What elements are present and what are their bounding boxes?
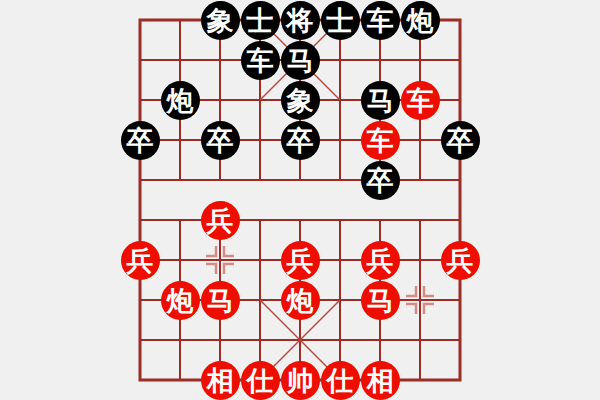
intersection-6-7[interactable]: 马 xyxy=(360,280,400,320)
intersection-3-2[interactable] xyxy=(240,80,280,120)
intersection-0-9[interactable] xyxy=(120,360,160,400)
intersection-4-5[interactable] xyxy=(280,200,320,240)
intersection-1-8[interactable] xyxy=(160,320,200,360)
piece-red[interactable]: 帅 xyxy=(281,361,320,400)
intersection-3-7[interactable] xyxy=(240,280,280,320)
intersection-5-2[interactable] xyxy=(320,80,360,120)
intersection-5-8[interactable] xyxy=(320,320,360,360)
intersection-2-0[interactable]: 象 xyxy=(200,0,240,40)
intersection-0-6[interactable]: 兵 xyxy=(120,240,160,280)
intersection-3-8[interactable] xyxy=(240,320,280,360)
intersection-5-1[interactable] xyxy=(320,40,360,80)
piece-red[interactable]: 兵 xyxy=(441,241,480,280)
piece-black[interactable]: 将 xyxy=(281,1,320,40)
piece-red[interactable]: 仕 xyxy=(241,361,280,400)
intersection-5-3[interactable] xyxy=(320,120,360,160)
piece-black[interactable]: 卒 xyxy=(201,121,240,160)
intersection-4-8[interactable] xyxy=(280,320,320,360)
intersection-1-2[interactable]: 炮 xyxy=(160,80,200,120)
intersection-3-6[interactable] xyxy=(240,240,280,280)
piece-red[interactable]: 兵 xyxy=(361,241,400,280)
intersection-1-1[interactable] xyxy=(160,40,200,80)
intersection-4-3[interactable]: 卒 xyxy=(280,120,320,160)
intersection-7-1[interactable] xyxy=(400,40,440,80)
piece-red[interactable]: 兵 xyxy=(121,241,160,280)
piece-red[interactable]: 相 xyxy=(201,361,240,400)
intersection-8-5[interactable] xyxy=(440,200,480,240)
intersection-2-5[interactable]: 兵 xyxy=(200,200,240,240)
intersection-2-2[interactable] xyxy=(200,80,240,120)
intersection-7-2[interactable]: 车 xyxy=(400,80,440,120)
piece-black[interactable]: 炮 xyxy=(401,1,440,40)
piece-black[interactable]: 卒 xyxy=(121,121,160,160)
intersection-0-0[interactable] xyxy=(120,0,160,40)
piece-black[interactable]: 卒 xyxy=(281,121,320,160)
intersection-8-8[interactable] xyxy=(440,320,480,360)
intersection-6-5[interactable] xyxy=(360,200,400,240)
intersection-1-7[interactable]: 炮 xyxy=(160,280,200,320)
intersection-7-5[interactable] xyxy=(400,200,440,240)
intersection-7-0[interactable]: 炮 xyxy=(400,0,440,40)
intersection-0-2[interactable] xyxy=(120,80,160,120)
intersection-8-3[interactable]: 卒 xyxy=(440,120,480,160)
piece-black[interactable]: 象 xyxy=(281,81,320,120)
piece-black[interactable]: 卒 xyxy=(441,121,480,160)
piece-black[interactable]: 士 xyxy=(241,1,280,40)
intersection-7-4[interactable] xyxy=(400,160,440,200)
intersection-2-6[interactable] xyxy=(200,240,240,280)
intersection-7-8[interactable] xyxy=(400,320,440,360)
intersection-2-4[interactable] xyxy=(200,160,240,200)
intersection-0-4[interactable] xyxy=(120,160,160,200)
intersection-6-3[interactable]: 车 xyxy=(360,120,400,160)
intersection-2-1[interactable] xyxy=(200,40,240,80)
piece-red[interactable]: 兵 xyxy=(201,201,240,240)
intersection-6-2[interactable]: 马 xyxy=(360,80,400,120)
intersection-0-5[interactable] xyxy=(120,200,160,240)
intersection-8-0[interactable] xyxy=(440,0,480,40)
intersection-2-7[interactable]: 马 xyxy=(200,280,240,320)
intersection-0-1[interactable] xyxy=(120,40,160,80)
intersection-8-7[interactable] xyxy=(440,280,480,320)
intersection-1-0[interactable] xyxy=(160,0,200,40)
piece-red[interactable]: 马 xyxy=(361,281,400,320)
piece-red[interactable]: 炮 xyxy=(161,281,200,320)
intersection-6-0[interactable]: 车 xyxy=(360,0,400,40)
intersection-8-1[interactable] xyxy=(440,40,480,80)
intersection-5-9[interactable]: 仕 xyxy=(320,360,360,400)
piece-red[interactable]: 车 xyxy=(361,121,400,160)
intersection-1-9[interactable] xyxy=(160,360,200,400)
piece-black[interactable]: 马 xyxy=(281,41,320,80)
intersection-5-4[interactable] xyxy=(320,160,360,200)
intersection-5-5[interactable] xyxy=(320,200,360,240)
piece-red[interactable]: 炮 xyxy=(281,281,320,320)
intersection-4-1[interactable]: 马 xyxy=(280,40,320,80)
intersection-4-2[interactable]: 象 xyxy=(280,80,320,120)
piece-red[interactable]: 车 xyxy=(401,81,440,120)
piece-black[interactable]: 象 xyxy=(201,1,240,40)
intersection-3-5[interactable] xyxy=(240,200,280,240)
piece-red[interactable]: 仕 xyxy=(321,361,360,400)
intersection-3-4[interactable] xyxy=(240,160,280,200)
intersection-6-8[interactable] xyxy=(360,320,400,360)
intersection-5-6[interactable] xyxy=(320,240,360,280)
intersection-4-0[interactable]: 将 xyxy=(280,0,320,40)
piece-black[interactable]: 卒 xyxy=(361,161,400,200)
piece-black[interactable]: 车 xyxy=(361,1,400,40)
intersection-1-4[interactable] xyxy=(160,160,200,200)
intersection-7-6[interactable] xyxy=(400,240,440,280)
intersection-7-3[interactable] xyxy=(400,120,440,160)
piece-black[interactable]: 车 xyxy=(241,41,280,80)
piece-black[interactable]: 炮 xyxy=(161,81,200,120)
intersection-8-9[interactable] xyxy=(440,360,480,400)
intersection-0-8[interactable] xyxy=(120,320,160,360)
intersection-5-0[interactable]: 士 xyxy=(320,0,360,40)
piece-black[interactable]: 马 xyxy=(361,81,400,120)
intersection-2-3[interactable]: 卒 xyxy=(200,120,240,160)
intersection-4-6[interactable]: 兵 xyxy=(280,240,320,280)
intersection-3-0[interactable]: 士 xyxy=(240,0,280,40)
piece-black[interactable]: 士 xyxy=(321,1,360,40)
board-grid: 象士将士车炮车马炮象马车卒卒卒车卒卒兵兵兵兵兵炮马炮马相仕帅仕相 xyxy=(120,0,480,400)
intersection-1-5[interactable] xyxy=(160,200,200,240)
intersection-4-7[interactable]: 炮 xyxy=(280,280,320,320)
intersection-8-6[interactable]: 兵 xyxy=(440,240,480,280)
piece-red[interactable]: 兵 xyxy=(281,241,320,280)
piece-red[interactable]: 相 xyxy=(361,361,400,400)
intersection-6-1[interactable] xyxy=(360,40,400,80)
intersection-8-2[interactable] xyxy=(440,80,480,120)
intersection-6-9[interactable]: 相 xyxy=(360,360,400,400)
xiangqi-board-screen: 象士将士车炮车马炮象马车卒卒卒车卒卒兵兵兵兵兵炮马炮马相仕帅仕相 xyxy=(0,0,600,400)
intersection-4-4[interactable] xyxy=(280,160,320,200)
intersection-2-8[interactable] xyxy=(200,320,240,360)
intersection-5-7[interactable] xyxy=(320,280,360,320)
intersection-2-9[interactable]: 相 xyxy=(200,360,240,400)
intersection-6-6[interactable]: 兵 xyxy=(360,240,400,280)
intersection-4-9[interactable]: 帅 xyxy=(280,360,320,400)
intersection-0-7[interactable] xyxy=(120,280,160,320)
intersection-3-9[interactable]: 仕 xyxy=(240,360,280,400)
intersection-1-3[interactable] xyxy=(160,120,200,160)
intersection-3-1[interactable]: 车 xyxy=(240,40,280,80)
intersection-7-9[interactable] xyxy=(400,360,440,400)
intersection-1-6[interactable] xyxy=(160,240,200,280)
intersection-7-7[interactable] xyxy=(400,280,440,320)
intersection-0-3[interactable]: 卒 xyxy=(120,120,160,160)
piece-red[interactable]: 马 xyxy=(201,281,240,320)
intersection-8-4[interactable] xyxy=(440,160,480,200)
intersection-6-4[interactable]: 卒 xyxy=(360,160,400,200)
intersection-3-3[interactable] xyxy=(240,120,280,160)
